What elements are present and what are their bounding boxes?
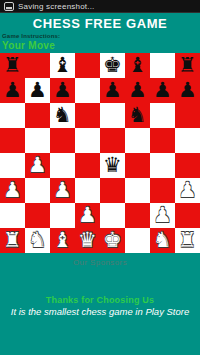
square-h8[interactable]: ♜ [175,53,200,78]
square-f6[interactable]: ♞ [125,103,150,128]
square-f4[interactable] [125,153,150,178]
square-h5[interactable] [175,128,200,153]
square-c2[interactable] [50,203,75,228]
square-h2[interactable] [175,203,200,228]
square-a7[interactable]: ♟ [0,78,25,103]
screenshot-icon [4,2,14,11]
square-a2[interactable] [0,203,25,228]
piece-black-queen: ♛ [103,153,122,178]
square-g4[interactable] [150,153,175,178]
piece-black-knight: ♞ [128,103,147,128]
status-bar-text: Saving screenshot... [18,2,94,11]
turn-status-text: Your Move [2,40,55,51]
square-h6[interactable] [175,103,200,128]
square-c3[interactable]: ♟ [50,178,75,203]
square-d5[interactable] [75,128,100,153]
game-instructions-label: Game Instructions: [2,33,60,39]
square-b6[interactable] [25,103,50,128]
square-h4[interactable] [175,153,200,178]
android-status-bar: Saving screenshot... [0,0,200,13]
piece-black-bishop: ♝ [53,53,72,78]
square-h1[interactable]: ♜ [175,228,200,253]
square-h3[interactable]: ♟ [175,178,200,203]
square-d1[interactable]: ♛ [75,228,100,253]
square-g7[interactable]: ♟ [150,78,175,103]
square-f1[interactable] [125,228,150,253]
square-a6[interactable] [0,103,25,128]
square-b3[interactable] [25,178,50,203]
square-g8[interactable] [150,53,175,78]
chess-board: ♜♝♚♝♜♟♟♟♟♟♟♟♞♞♟♛♟♟♟♟♟♜♞♝♛♚♞♜ [0,53,200,253]
chess-app-screen: Saving screenshot... CHESS FREE GAME Gam… [0,0,200,355]
piece-white-rook: ♜ [3,228,22,253]
square-g1[interactable]: ♞ [150,228,175,253]
app-title: CHESS FREE GAME [0,13,200,33]
square-d6[interactable] [75,103,100,128]
square-g6[interactable] [150,103,175,128]
square-a8[interactable]: ♜ [0,53,25,78]
square-e7[interactable]: ♟ [100,78,125,103]
piece-black-rook: ♜ [178,53,197,78]
piece-black-rook: ♜ [3,53,22,78]
square-e8[interactable]: ♚ [100,53,125,78]
square-b5[interactable] [25,128,50,153]
sponsors-label: Our Sponsors [0,258,200,267]
square-f2[interactable] [125,203,150,228]
square-d3[interactable] [75,178,100,203]
piece-white-knight: ♞ [28,228,47,253]
square-f3[interactable] [125,178,150,203]
piece-white-rook: ♜ [178,228,197,253]
square-e4[interactable]: ♛ [100,153,125,178]
square-f7[interactable]: ♟ [125,78,150,103]
square-e6[interactable] [100,103,125,128]
piece-white-pawn: ♟ [3,178,22,203]
piece-white-knight: ♞ [153,228,172,253]
square-b4[interactable]: ♟ [25,153,50,178]
piece-black-pawn: ♟ [153,78,172,103]
tagline-text: It is the smallest chess game in Play St… [0,306,200,317]
piece-white-pawn: ♟ [28,153,47,178]
thanks-text: Thanks for Choosing Us [0,295,200,305]
square-c4[interactable] [50,153,75,178]
square-d4[interactable] [75,153,100,178]
piece-black-bishop: ♝ [128,53,147,78]
piece-black-pawn: ♟ [178,78,197,103]
square-e1[interactable]: ♚ [100,228,125,253]
square-f8[interactable]: ♝ [125,53,150,78]
square-d7[interactable] [75,78,100,103]
piece-white-pawn: ♟ [178,178,197,203]
piece-black-pawn: ♟ [128,78,147,103]
piece-black-pawn: ♟ [53,78,72,103]
piece-white-king: ♚ [103,228,122,253]
piece-black-king: ♚ [103,53,122,78]
square-c6[interactable]: ♞ [50,103,75,128]
piece-black-knight: ♞ [53,103,72,128]
square-a3[interactable]: ♟ [0,178,25,203]
square-d2[interactable]: ♟ [75,203,100,228]
square-e3[interactable] [100,178,125,203]
square-g3[interactable] [150,178,175,203]
square-a5[interactable] [0,128,25,153]
piece-white-pawn: ♟ [153,203,172,228]
square-b7[interactable]: ♟ [25,78,50,103]
square-b8[interactable] [25,53,50,78]
square-e5[interactable] [100,128,125,153]
square-c5[interactable] [50,128,75,153]
square-c1[interactable]: ♝ [50,228,75,253]
piece-white-pawn: ♟ [53,178,72,203]
piece-white-bishop: ♝ [53,228,72,253]
piece-black-pawn: ♟ [3,78,22,103]
square-a1[interactable]: ♜ [0,228,25,253]
piece-white-queen: ♛ [78,228,97,253]
square-c7[interactable]: ♟ [50,78,75,103]
square-b1[interactable]: ♞ [25,228,50,253]
piece-black-pawn: ♟ [28,78,47,103]
square-f5[interactable] [125,128,150,153]
square-d8[interactable] [75,53,100,78]
square-b2[interactable] [25,203,50,228]
square-g2[interactable]: ♟ [150,203,175,228]
square-h7[interactable]: ♟ [175,78,200,103]
square-g5[interactable] [150,128,175,153]
square-e2[interactable] [100,203,125,228]
square-c8[interactable]: ♝ [50,53,75,78]
piece-black-pawn: ♟ [103,78,122,103]
square-a4[interactable] [0,153,25,178]
piece-white-pawn: ♟ [78,203,97,228]
